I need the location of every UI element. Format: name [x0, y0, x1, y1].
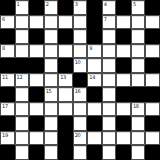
clue-number: 2	[46, 1, 49, 7]
clue-number: 1	[17, 1, 20, 7]
white-cell[interactable]: 7	[102, 15, 117, 30]
clue-number: 12	[17, 74, 23, 80]
white-cell[interactable]	[116, 131, 131, 146]
white-cell[interactable]	[15, 131, 30, 146]
clue-number: 17	[2, 103, 8, 109]
white-cell[interactable]	[15, 44, 30, 59]
black-cell	[116, 0, 131, 15]
white-cell[interactable]	[131, 131, 146, 146]
black-cell	[116, 29, 131, 44]
white-cell[interactable]: 4	[102, 0, 117, 15]
white-cell[interactable]	[73, 15, 88, 30]
black-cell	[116, 145, 131, 160]
black-cell	[58, 29, 73, 44]
white-cell[interactable]	[102, 44, 117, 59]
clue-number: 5	[133, 1, 136, 7]
white-cell[interactable]	[145, 73, 160, 88]
white-cell[interactable]	[145, 44, 160, 59]
black-cell	[0, 0, 15, 15]
white-cell[interactable]	[73, 44, 88, 59]
black-cell	[131, 87, 146, 102]
white-cell[interactable]: 15	[44, 87, 59, 102]
clue-number: 13	[60, 74, 66, 80]
black-cell	[0, 58, 15, 73]
white-cell[interactable]	[58, 15, 73, 30]
white-cell[interactable]	[73, 145, 88, 160]
white-cell[interactable]: 16	[73, 87, 88, 102]
white-cell[interactable]	[44, 116, 59, 131]
white-cell[interactable]	[116, 15, 131, 30]
black-cell	[29, 145, 44, 160]
white-cell[interactable]	[87, 131, 102, 146]
clue-number: 8	[2, 45, 5, 51]
white-cell[interactable]: 5	[131, 0, 146, 15]
black-cell	[58, 0, 73, 15]
black-cell	[87, 29, 102, 44]
white-cell[interactable]	[44, 145, 59, 160]
black-cell	[87, 15, 102, 30]
white-cell[interactable]	[58, 44, 73, 59]
black-cell	[15, 58, 30, 73]
white-cell[interactable]: 6	[0, 15, 15, 30]
black-cell	[58, 145, 73, 160]
black-cell	[116, 58, 131, 73]
white-cell[interactable]	[87, 102, 102, 117]
white-cell[interactable]	[29, 131, 44, 146]
white-cell[interactable]	[102, 29, 117, 44]
clue-number: 18	[133, 103, 139, 109]
white-cell[interactable]	[102, 87, 117, 102]
black-cell	[145, 29, 160, 44]
black-cell	[145, 58, 160, 73]
black-cell	[116, 116, 131, 131]
white-cell[interactable]	[131, 15, 146, 30]
white-cell[interactable]	[15, 145, 30, 160]
black-cell	[0, 29, 15, 44]
white-cell[interactable]	[15, 116, 30, 131]
white-cell[interactable]	[131, 116, 146, 131]
clue-number: 10	[75, 59, 81, 65]
black-cell	[73, 73, 88, 88]
white-cell[interactable]: 8	[0, 44, 15, 59]
black-cell	[29, 29, 44, 44]
black-cell	[29, 0, 44, 15]
clue-number: 15	[46, 88, 52, 94]
black-cell	[29, 87, 44, 102]
white-cell[interactable]	[116, 73, 131, 88]
white-cell[interactable]	[131, 145, 146, 160]
white-cell[interactable]: 19	[0, 131, 15, 146]
white-cell[interactable]	[102, 102, 117, 117]
black-cell	[0, 116, 15, 131]
white-cell[interactable]	[73, 102, 88, 117]
white-cell[interactable]	[145, 131, 160, 146]
black-cell	[87, 0, 102, 15]
clue-number: 20	[75, 132, 81, 138]
white-cell[interactable]	[29, 73, 44, 88]
white-cell[interactable]	[44, 15, 59, 30]
clue-number: 9	[89, 45, 92, 51]
white-cell[interactable]	[145, 15, 160, 30]
clue-number: 11	[2, 74, 8, 80]
white-cell[interactable]	[44, 73, 59, 88]
white-cell[interactable]	[131, 73, 146, 88]
white-cell[interactable]	[15, 29, 30, 44]
black-cell	[87, 87, 102, 102]
crossword-grid: 1234567891011121314151617181920	[0, 0, 160, 160]
white-cell[interactable]	[102, 73, 117, 88]
white-cell[interactable]	[73, 29, 88, 44]
white-cell[interactable]	[29, 102, 44, 117]
white-cell[interactable]: 17	[0, 102, 15, 117]
white-cell[interactable]	[73, 116, 88, 131]
white-cell[interactable]	[145, 102, 160, 117]
white-cell[interactable]	[116, 44, 131, 59]
clue-number: 19	[2, 132, 8, 138]
black-cell	[116, 87, 131, 102]
white-cell[interactable]: 12	[15, 73, 30, 88]
white-cell[interactable]	[131, 44, 146, 59]
black-cell	[145, 116, 160, 131]
white-cell[interactable]	[58, 102, 73, 117]
black-cell	[58, 58, 73, 73]
white-cell[interactable]	[116, 102, 131, 117]
black-cell	[87, 116, 102, 131]
clue-number: 3	[75, 1, 78, 7]
black-cell	[58, 116, 73, 131]
black-cell	[87, 145, 102, 160]
white-cell[interactable]	[102, 131, 117, 146]
black-cell	[29, 116, 44, 131]
white-cell[interactable]	[29, 44, 44, 59]
clue-number: 7	[104, 16, 107, 22]
white-cell[interactable]	[131, 29, 146, 44]
white-cell[interactable]	[44, 102, 59, 117]
black-cell	[0, 145, 15, 160]
white-cell[interactable]: 11	[0, 73, 15, 88]
white-cell[interactable]	[102, 145, 117, 160]
white-cell[interactable]	[87, 58, 102, 73]
clue-number: 14	[89, 74, 95, 80]
white-cell[interactable]	[102, 58, 117, 73]
white-cell[interactable]	[44, 58, 59, 73]
black-cell	[145, 145, 160, 160]
white-cell[interactable]: 13	[58, 73, 73, 88]
white-cell[interactable]	[131, 58, 146, 73]
white-cell[interactable]	[44, 131, 59, 146]
white-cell[interactable]: 1	[15, 0, 30, 15]
white-cell[interactable]	[15, 102, 30, 117]
white-cell[interactable]: 2	[44, 0, 59, 15]
white-cell[interactable]	[44, 29, 59, 44]
white-cell[interactable]	[58, 87, 73, 102]
white-cell[interactable]: 3	[73, 0, 88, 15]
white-cell[interactable]	[29, 15, 44, 30]
white-cell[interactable]: 9	[87, 44, 102, 59]
black-cell	[145, 87, 160, 102]
white-cell[interactable]: 20	[73, 131, 88, 146]
clue-number: 16	[75, 88, 81, 94]
clue-number: 6	[2, 16, 5, 22]
white-cell[interactable]: 14	[87, 73, 102, 88]
black-cell	[29, 58, 44, 73]
white-cell[interactable]	[102, 116, 117, 131]
black-cell	[145, 0, 160, 15]
black-cell	[58, 131, 73, 146]
white-cell[interactable]	[44, 44, 59, 59]
black-cell	[0, 87, 15, 102]
white-cell[interactable]	[15, 15, 30, 30]
white-cell[interactable]: 18	[131, 102, 146, 117]
white-cell[interactable]: 10	[73, 58, 88, 73]
clue-number: 4	[104, 1, 107, 7]
white-cell[interactable]	[15, 87, 30, 102]
